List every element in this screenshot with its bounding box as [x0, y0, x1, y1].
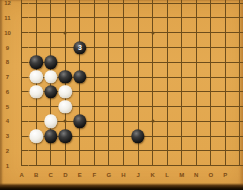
board-edge-shadow: [0, 183, 243, 190]
board-cell: [131, 84, 146, 99]
board-cell: [116, 143, 131, 158]
col-label-O: O: [208, 172, 213, 178]
row-label-11: 11: [4, 15, 10, 21]
board-cell: [189, 11, 204, 26]
board-cell: [174, 84, 189, 99]
row-label-10: 10: [4, 30, 11, 36]
board-cell: [174, 114, 189, 129]
row-label-1: 1: [6, 163, 9, 169]
board-cell: [116, 84, 131, 99]
board-cell: [174, 40, 189, 55]
board-cell: [58, 40, 73, 55]
board-cell: [43, 25, 58, 40]
board-cell: [29, 114, 44, 129]
col-label-N: N: [194, 172, 198, 178]
row-label-6: 6: [6, 89, 9, 95]
board-cell: [73, 143, 88, 158]
board-cell: [160, 114, 175, 129]
board-cell: [174, 143, 189, 158]
board-cell: [233, 84, 243, 99]
board-cell: [189, 84, 204, 99]
col-label-K: K: [150, 172, 154, 178]
board-cell: [102, 25, 117, 40]
board-cell: [87, 114, 102, 129]
board-cell: [87, 0, 102, 11]
board-cell: [203, 99, 218, 114]
board-cell: [14, 11, 29, 26]
board-cell: [131, 25, 146, 40]
board-cell: [14, 55, 29, 70]
board-cell: [160, 55, 175, 70]
board-cell: [29, 25, 44, 40]
board-cell: [160, 143, 175, 158]
star-point: [64, 31, 67, 34]
board-cell: [131, 143, 146, 158]
col-label-D: D: [63, 172, 67, 178]
board-cell: [29, 0, 44, 11]
board-cell: [29, 99, 44, 114]
board-cell: [43, 0, 58, 11]
board-cell: [14, 114, 29, 129]
board-cell: [174, 129, 189, 144]
board-cell: [87, 84, 102, 99]
board-cell: [14, 70, 29, 85]
board-cell: [73, 0, 88, 11]
col-label-M: M: [179, 172, 184, 178]
board-cell: [203, 114, 218, 129]
board-cell: [58, 143, 73, 158]
board-cell: [203, 11, 218, 26]
board-cell: [43, 40, 58, 55]
board-cell: [189, 143, 204, 158]
col-label-J: J: [136, 172, 139, 178]
board-cell: [174, 0, 189, 11]
star-point: [64, 120, 67, 123]
board-cell: [218, 99, 233, 114]
board-cell: [145, 70, 160, 85]
board-cell: [233, 40, 243, 55]
board-cell: [73, 11, 88, 26]
board-cell: [73, 55, 88, 70]
board-cell: [203, 143, 218, 158]
board-cell: [203, 25, 218, 40]
board-cell: [102, 129, 117, 144]
col-label-P: P: [223, 172, 227, 178]
board-cell: [203, 70, 218, 85]
board-cell: [102, 55, 117, 70]
board-cell: [131, 55, 146, 70]
board-cell: [160, 99, 175, 114]
board-cell: [145, 84, 160, 99]
board-cell: [102, 70, 117, 85]
col-label-E: E: [78, 172, 82, 178]
board-cell: [174, 11, 189, 26]
row-label-2: 2: [6, 148, 9, 154]
board-cell: [218, 11, 233, 26]
board-cell: [73, 84, 88, 99]
board-cell: [87, 55, 102, 70]
board-cell: [87, 129, 102, 144]
board-cell: [160, 0, 175, 11]
board-cell: [131, 99, 146, 114]
board-cell: [102, 40, 117, 55]
board-cell: [102, 0, 117, 11]
board-cell: [218, 40, 233, 55]
row-label-8: 8: [6, 59, 9, 65]
board-cell: [43, 11, 58, 26]
board-cell: [203, 55, 218, 70]
board-grid[interactable]: 3: [14, 0, 243, 173]
board-cell: [102, 114, 117, 129]
row-label-3: 3: [6, 133, 9, 139]
board-cell: [29, 143, 44, 158]
board-cell: [131, 114, 146, 129]
board-cell: [160, 11, 175, 26]
board-cell: [87, 25, 102, 40]
board-cell: [218, 114, 233, 129]
board-cell: [145, 55, 160, 70]
board-cell: [189, 70, 204, 85]
board-cell: [73, 25, 88, 40]
board-cell: [203, 129, 218, 144]
board-cell: [233, 99, 243, 114]
board-cell: [145, 99, 160, 114]
board-cell: [189, 55, 204, 70]
go-board: 3 ABCDEFGHJKLMNOP123456789101112: [0, 0, 243, 190]
board-cell: [14, 129, 29, 144]
board-cell: [233, 70, 243, 85]
board-cell: [87, 99, 102, 114]
board-cell: [174, 55, 189, 70]
board-cell: [14, 0, 29, 11]
board-cell: [233, 143, 243, 158]
board-cell: [145, 40, 160, 55]
board-cell: [218, 129, 233, 144]
board-cell: [189, 129, 204, 144]
move-number-label: 3: [78, 44, 82, 51]
star-point: [151, 120, 154, 123]
col-label-F: F: [93, 172, 97, 178]
board-cell: [203, 40, 218, 55]
board-cell: [174, 99, 189, 114]
board-cell: [73, 99, 88, 114]
board-cell: [102, 11, 117, 26]
col-label-H: H: [121, 172, 125, 178]
board-cell: [116, 99, 131, 114]
board-cell: [160, 25, 175, 40]
board-cell: [116, 25, 131, 40]
board-cell: [43, 99, 58, 114]
board-cell: [233, 114, 243, 129]
board-cell: [58, 0, 73, 11]
board-cell: [116, 129, 131, 144]
row-label-4: 4: [6, 118, 9, 124]
board-cell: [87, 40, 102, 55]
row-label-5: 5: [6, 104, 9, 110]
board-cell: [131, 11, 146, 26]
star-point: [151, 31, 154, 34]
board-cell: [102, 143, 117, 158]
board-cell: [233, 129, 243, 144]
board-cell: [116, 55, 131, 70]
board-cell: [116, 70, 131, 85]
board-cell: [73, 129, 88, 144]
board-cell: [145, 143, 160, 158]
board-cell: [43, 143, 58, 158]
board-cell: [218, 143, 233, 158]
board-cell: [14, 143, 29, 158]
row-label-12: 12: [4, 0, 11, 6]
board-cell: [233, 55, 243, 70]
board-cell: [189, 114, 204, 129]
board-cell: [160, 40, 175, 55]
board-cell: [160, 70, 175, 85]
board-cell: [145, 0, 160, 11]
board-cell: [87, 143, 102, 158]
board-cell: [102, 99, 117, 114]
board-cell: [174, 25, 189, 40]
board-cell: [203, 84, 218, 99]
board-cell: [87, 11, 102, 26]
col-label-B: B: [34, 172, 38, 178]
board-cell: [233, 11, 243, 26]
board-cell: [87, 70, 102, 85]
board-cell: [189, 0, 204, 11]
board-cell: [14, 99, 29, 114]
board-cell: [145, 129, 160, 144]
board-cell: [58, 11, 73, 26]
board-cell: [145, 11, 160, 26]
board-cell: [102, 84, 117, 99]
board-cell: [116, 40, 131, 55]
board-cell: [189, 40, 204, 55]
board-cell: [203, 0, 218, 11]
board-cell: [116, 114, 131, 129]
board-cell: [189, 25, 204, 40]
board-cell: [29, 11, 44, 26]
board-cell: [116, 11, 131, 26]
board-cell: [218, 55, 233, 70]
board-cell: [160, 84, 175, 99]
board-cell: [160, 129, 175, 144]
row-label-9: 9: [6, 45, 9, 51]
board-cell: [14, 40, 29, 55]
board-cell: [233, 0, 243, 11]
board-cell: [174, 70, 189, 85]
board-cell: [29, 40, 44, 55]
col-label-L: L: [165, 172, 169, 178]
board-cell: [218, 84, 233, 99]
board-cell: [233, 158, 243, 173]
col-label-A: A: [19, 172, 23, 178]
board-cell: [131, 40, 146, 55]
col-label-G: G: [107, 172, 112, 178]
col-label-C: C: [49, 172, 53, 178]
board-cell: [218, 25, 233, 40]
board-cell: [218, 0, 233, 11]
board-cell: [131, 70, 146, 85]
board-cell: [58, 55, 73, 70]
board-cell: [218, 70, 233, 85]
board-cell: [233, 25, 243, 40]
board-cell: [116, 0, 131, 11]
board-cell: [14, 84, 29, 99]
board-cell: [189, 99, 204, 114]
board-cell: [14, 25, 29, 40]
row-label-7: 7: [6, 74, 9, 80]
board-cell: [131, 0, 146, 11]
